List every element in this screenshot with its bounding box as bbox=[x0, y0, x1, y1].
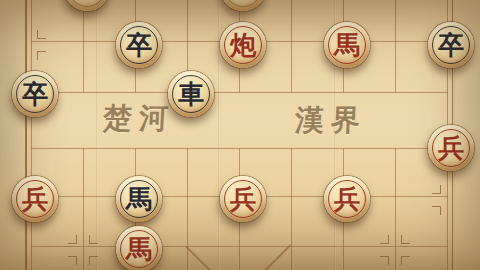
piece-red-cannon[interactable]: 炮 bbox=[220, 22, 266, 68]
piece-character: 卒 bbox=[428, 22, 474, 68]
piece-character: 兵 bbox=[12, 176, 58, 222]
piece-red-horse-2[interactable]: 馬 bbox=[116, 226, 162, 270]
piece-character: 卒 bbox=[116, 22, 162, 68]
piece-character: 卒 bbox=[12, 71, 58, 117]
piece-black-pawn-3[interactable]: 卒 bbox=[12, 71, 58, 117]
piece-cut-piece-2[interactable] bbox=[220, 0, 266, 11]
xiangqi-board[interactable]: 楚河 漢界 卒卒卒車馬炮馬兵兵兵兵馬 bbox=[0, 0, 480, 270]
piece-character bbox=[220, 0, 266, 11]
piece-black-chariot[interactable]: 車 bbox=[168, 71, 214, 117]
piece-character: 馬 bbox=[116, 176, 162, 222]
piece-character bbox=[64, 0, 110, 11]
piece-character: 馬 bbox=[324, 22, 370, 68]
piece-red-pawn-2[interactable]: 兵 bbox=[12, 176, 58, 222]
piece-red-horse-1[interactable]: 馬 bbox=[324, 22, 370, 68]
piece-character: 兵 bbox=[428, 125, 474, 171]
piece-red-pawn-1[interactable]: 兵 bbox=[428, 125, 474, 171]
piece-black-horse[interactable]: 馬 bbox=[116, 176, 162, 222]
piece-character: 車 bbox=[168, 71, 214, 117]
pieces-layer: 卒卒卒車馬炮馬兵兵兵兵馬 bbox=[0, 0, 480, 270]
piece-character: 馬 bbox=[116, 226, 162, 270]
piece-cut-piece-1[interactable] bbox=[64, 0, 110, 11]
piece-character: 兵 bbox=[220, 176, 266, 222]
piece-red-pawn-3[interactable]: 兵 bbox=[220, 176, 266, 222]
piece-character: 兵 bbox=[324, 176, 370, 222]
piece-black-pawn-1[interactable]: 卒 bbox=[116, 22, 162, 68]
piece-character: 炮 bbox=[220, 22, 266, 68]
piece-black-pawn-2[interactable]: 卒 bbox=[428, 22, 474, 68]
piece-red-pawn-4[interactable]: 兵 bbox=[324, 176, 370, 222]
